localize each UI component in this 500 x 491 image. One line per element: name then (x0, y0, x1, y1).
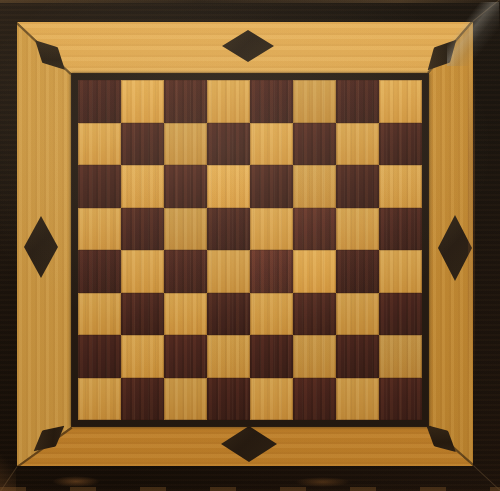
board-square[interactable] (164, 293, 207, 336)
frame-scuff-bottom-left (52, 476, 100, 487)
board-square[interactable] (121, 123, 164, 166)
board-square[interactable] (164, 165, 207, 208)
board-square[interactable] (121, 208, 164, 251)
board-square[interactable] (121, 335, 164, 378)
board-square[interactable] (78, 293, 121, 336)
frame-grain-streak-right (468, 55, 475, 395)
board-square[interactable] (336, 335, 379, 378)
game-board-photo (0, 0, 500, 491)
board-square[interactable] (336, 208, 379, 251)
board-square[interactable] (379, 80, 422, 123)
board-square[interactable] (207, 378, 250, 421)
board-square[interactable] (207, 123, 250, 166)
board-square[interactable] (250, 123, 293, 166)
board-square[interactable] (207, 80, 250, 123)
board-square[interactable] (121, 165, 164, 208)
board-square[interactable] (250, 208, 293, 251)
board-square[interactable] (336, 293, 379, 336)
frame-bottom-edge-wear (0, 487, 500, 491)
board-square[interactable] (293, 293, 336, 336)
board-square[interactable] (78, 250, 121, 293)
board-square[interactable] (78, 208, 121, 251)
board-square[interactable] (78, 378, 121, 421)
board-square[interactable] (293, 208, 336, 251)
checkerboard (78, 80, 422, 420)
board-square[interactable] (250, 250, 293, 293)
board-square[interactable] (379, 250, 422, 293)
board-square[interactable] (379, 335, 422, 378)
board-square[interactable] (336, 123, 379, 166)
board-square[interactable] (379, 123, 422, 166)
board-square[interactable] (293, 250, 336, 293)
board-square[interactable] (121, 80, 164, 123)
board-square[interactable] (336, 165, 379, 208)
board-square[interactable] (78, 123, 121, 166)
board-square[interactable] (207, 208, 250, 251)
board-square[interactable] (293, 378, 336, 421)
board-square[interactable] (164, 335, 207, 378)
board-square[interactable] (293, 335, 336, 378)
board-square[interactable] (164, 80, 207, 123)
board-square[interactable] (250, 378, 293, 421)
board-square[interactable] (207, 165, 250, 208)
board-square[interactable] (250, 293, 293, 336)
board-square[interactable] (164, 123, 207, 166)
board-square[interactable] (379, 378, 422, 421)
board-square[interactable] (164, 208, 207, 251)
board-square[interactable] (121, 293, 164, 336)
board-square[interactable] (336, 80, 379, 123)
board-square[interactable] (207, 335, 250, 378)
board-square[interactable] (121, 378, 164, 421)
board-square[interactable] (336, 250, 379, 293)
board-square[interactable] (250, 335, 293, 378)
board-square[interactable] (78, 335, 121, 378)
board-square[interactable] (293, 80, 336, 123)
board-square[interactable] (250, 165, 293, 208)
board-square[interactable] (78, 165, 121, 208)
board-square[interactable] (293, 165, 336, 208)
board-square[interactable] (207, 293, 250, 336)
frame-scuff-left-edge (0, 452, 16, 491)
board-square[interactable] (164, 378, 207, 421)
board-square[interactable] (379, 165, 422, 208)
board-square[interactable] (121, 250, 164, 293)
board-square[interactable] (379, 208, 422, 251)
frame-scuff-bottom-center (295, 477, 350, 487)
board-square[interactable] (207, 250, 250, 293)
board-square[interactable] (379, 293, 422, 336)
board-square[interactable] (250, 80, 293, 123)
board-square[interactable] (336, 378, 379, 421)
frame-top-edge-highlight (0, 0, 500, 3)
board-square[interactable] (293, 123, 336, 166)
board-square[interactable] (78, 80, 121, 123)
board-square[interactable] (164, 250, 207, 293)
